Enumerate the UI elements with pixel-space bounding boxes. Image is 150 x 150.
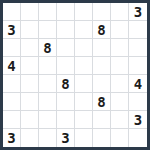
cell-r1c2[interactable] <box>21 3 39 21</box>
cell-r3c8[interactable] <box>129 39 147 57</box>
cell-r6c1[interactable] <box>3 93 21 111</box>
clue-digit: 4 <box>134 77 142 91</box>
cell-r7c8[interactable]: 3 <box>129 111 147 129</box>
puzzle-board: 33884848333 <box>0 0 150 150</box>
cell-r6c2[interactable] <box>21 93 39 111</box>
cell-r6c8[interactable] <box>129 93 147 111</box>
cell-r3c2[interactable] <box>21 39 39 57</box>
clue-digit: 3 <box>7 131 15 145</box>
cell-r5c5[interactable] <box>75 75 93 93</box>
clue-digit: 8 <box>97 95 105 109</box>
cell-r1c4[interactable] <box>57 3 75 21</box>
cell-r8c8[interactable] <box>129 129 147 147</box>
clue-digit: 3 <box>134 5 142 19</box>
cell-r7c4[interactable] <box>57 111 75 129</box>
cell-r4c1[interactable]: 4 <box>3 57 21 75</box>
cell-r7c3[interactable] <box>39 111 57 129</box>
cell-r5c3[interactable] <box>39 75 57 93</box>
cell-r4c5[interactable] <box>75 57 93 75</box>
cell-r2c2[interactable] <box>21 21 39 39</box>
cell-r6c5[interactable] <box>75 93 93 111</box>
cell-r5c8[interactable]: 4 <box>129 75 147 93</box>
cell-r5c4[interactable]: 8 <box>57 75 75 93</box>
cell-r7c6[interactable] <box>93 111 111 129</box>
cell-r3c3[interactable]: 8 <box>39 39 57 57</box>
cell-r8c1[interactable]: 3 <box>3 129 21 147</box>
cell-r7c1[interactable] <box>3 111 21 129</box>
cell-r1c8[interactable]: 3 <box>129 3 147 21</box>
cell-r3c6[interactable] <box>93 39 111 57</box>
cell-r4c7[interactable] <box>111 57 129 75</box>
cell-r1c1[interactable] <box>3 3 21 21</box>
clue-digit: 3 <box>134 113 142 127</box>
cell-r8c3[interactable] <box>39 129 57 147</box>
clue-digit: 8 <box>43 41 51 55</box>
cell-r3c5[interactable] <box>75 39 93 57</box>
cell-r4c3[interactable] <box>39 57 57 75</box>
cell-r2c6[interactable]: 8 <box>93 21 111 39</box>
cell-r1c7[interactable] <box>111 3 129 21</box>
cell-r7c7[interactable] <box>111 111 129 129</box>
cell-r4c6[interactable] <box>93 57 111 75</box>
cell-r4c4[interactable] <box>57 57 75 75</box>
clue-digit: 4 <box>7 59 15 73</box>
cell-r5c2[interactable] <box>21 75 39 93</box>
cell-r4c2[interactable] <box>21 57 39 75</box>
cell-r5c7[interactable] <box>111 75 129 93</box>
cell-r2c8[interactable] <box>129 21 147 39</box>
cell-r7c2[interactable] <box>21 111 39 129</box>
cell-r2c1[interactable]: 3 <box>3 21 21 39</box>
cell-r7c5[interactable] <box>75 111 93 129</box>
clue-digit: 8 <box>97 23 105 37</box>
cell-r2c4[interactable] <box>57 21 75 39</box>
clue-digit: 8 <box>61 77 69 91</box>
cell-r6c7[interactable] <box>111 93 129 111</box>
cell-r1c5[interactable] <box>75 3 93 21</box>
cell-r2c7[interactable] <box>111 21 129 39</box>
clue-digit: 3 <box>7 23 15 37</box>
cell-r4c8[interactable] <box>129 57 147 75</box>
cell-r3c1[interactable] <box>3 39 21 57</box>
cell-r3c7[interactable] <box>111 39 129 57</box>
cell-r2c3[interactable] <box>39 21 57 39</box>
cell-r8c7[interactable] <box>111 129 129 147</box>
cell-r1c3[interactable] <box>39 3 57 21</box>
cell-r5c1[interactable] <box>3 75 21 93</box>
cell-r3c4[interactable] <box>57 39 75 57</box>
cell-r5c6[interactable] <box>93 75 111 93</box>
cell-r8c6[interactable] <box>93 129 111 147</box>
cell-r2c5[interactable] <box>75 21 93 39</box>
cell-r6c4[interactable] <box>57 93 75 111</box>
cell-r8c2[interactable] <box>21 129 39 147</box>
cell-r1c6[interactable] <box>93 3 111 21</box>
cell-r6c6[interactable]: 8 <box>93 93 111 111</box>
clue-digit: 3 <box>61 131 69 145</box>
cell-r8c4[interactable]: 3 <box>57 129 75 147</box>
cell-r6c3[interactable] <box>39 93 57 111</box>
cell-r8c5[interactable] <box>75 129 93 147</box>
